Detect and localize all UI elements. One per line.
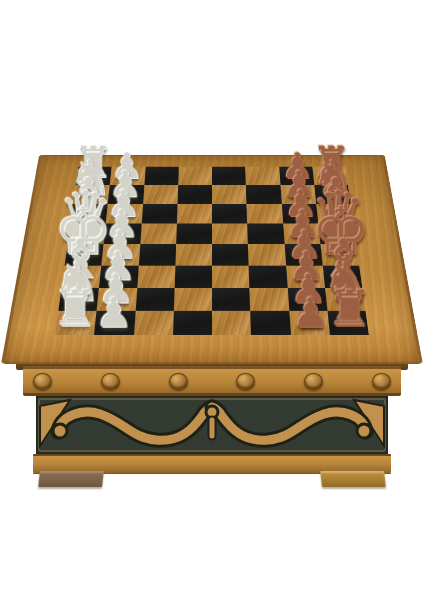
stud-trim-strip [23, 366, 401, 396]
feet-row [39, 471, 385, 488]
stud-knob [236, 373, 255, 390]
carved-scroll-panel [36, 396, 388, 454]
right-foot [320, 471, 386, 487]
stud-knob [372, 373, 391, 390]
left-foot [38, 471, 104, 487]
stud-knob [33, 373, 52, 390]
stud-knob [169, 373, 188, 390]
stud-knob [304, 373, 323, 390]
stud-knob [101, 373, 120, 390]
scroll-carving-graphic [36, 396, 388, 454]
chess-box-base [0, 0, 424, 600]
